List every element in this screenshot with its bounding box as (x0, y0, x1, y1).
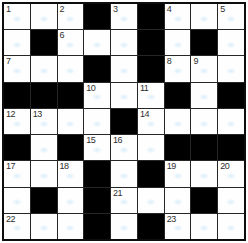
letter-cell[interactable] (218, 56, 244, 81)
clue-number: 16 (113, 135, 122, 145)
letter-cell[interactable] (111, 30, 137, 55)
letter-cell[interactable]: 9 (191, 56, 217, 81)
letter-cell[interactable]: 19 (165, 161, 191, 186)
letter-cell[interactable] (58, 214, 84, 239)
letter-cell[interactable]: 15 (84, 135, 110, 160)
clue-number: 19 (167, 161, 176, 171)
letter-cell[interactable]: 13 (31, 109, 57, 134)
block-cell (191, 30, 217, 55)
letter-cell[interactable]: 18 (58, 161, 84, 186)
letter-cell[interactable] (165, 30, 191, 55)
letter-cell[interactable]: 5 (218, 4, 244, 29)
letter-cell[interactable] (218, 188, 244, 213)
block-cell (58, 135, 84, 160)
letter-cell[interactable]: 10 (84, 83, 110, 108)
letter-cell[interactable] (111, 83, 137, 108)
crossword-page: 1234567891011121314151617181920212223 (0, 0, 248, 243)
clue-number: 15 (86, 135, 95, 145)
clue-number: 3 (113, 4, 118, 14)
letter-cell[interactable] (218, 109, 244, 134)
crossword-board: 1234567891011121314151617181920212223 (2, 2, 246, 241)
block-cell (218, 135, 244, 160)
block-cell (84, 56, 110, 81)
block-cell (31, 188, 57, 213)
letter-cell[interactable]: 6 (58, 30, 84, 55)
letter-cell[interactable] (138, 188, 164, 213)
letter-cell[interactable] (84, 109, 110, 134)
letter-cell[interactable]: 23 (165, 214, 191, 239)
letter-cell[interactable]: 12 (4, 109, 30, 134)
clue-number: 6 (60, 30, 65, 40)
letter-cell[interactable] (218, 214, 244, 239)
clue-number: 11 (140, 83, 148, 93)
block-cell (84, 188, 110, 213)
clue-number: 13 (33, 109, 42, 119)
clue-number: 17 (6, 161, 15, 171)
letter-cell[interactable] (191, 109, 217, 134)
letter-cell[interactable] (4, 188, 30, 213)
letter-cell[interactable]: 21 (111, 188, 137, 213)
clue-number: 22 (6, 214, 15, 224)
letter-cell[interactable]: 20 (218, 161, 244, 186)
clue-number: 9 (193, 56, 198, 66)
block-cell (138, 4, 164, 29)
letter-cell[interactable] (58, 109, 84, 134)
letter-cell[interactable] (111, 161, 137, 186)
letter-cell[interactable]: 3 (111, 4, 137, 29)
clue-number: 8 (167, 56, 172, 66)
block-cell (165, 135, 191, 160)
letter-cell[interactable] (191, 83, 217, 108)
block-cell (84, 4, 110, 29)
letter-cell[interactable] (191, 214, 217, 239)
letter-cell[interactable] (165, 109, 191, 134)
letter-cell[interactable]: 22 (4, 214, 30, 239)
letter-cell[interactable] (218, 30, 244, 55)
block-cell (58, 83, 84, 108)
letter-cell[interactable] (58, 56, 84, 81)
block-cell (4, 135, 30, 160)
block-cell (4, 83, 30, 108)
letter-cell[interactable] (31, 214, 57, 239)
letter-cell[interactable]: 16 (111, 135, 137, 160)
letter-cell[interactable] (165, 188, 191, 213)
block-cell (138, 161, 164, 186)
clue-number: 20 (220, 161, 229, 171)
letter-cell[interactable] (191, 161, 217, 186)
letter-cell[interactable]: 11 (138, 83, 164, 108)
letter-cell[interactable] (84, 30, 110, 55)
clue-number: 2 (60, 4, 65, 14)
clue-number: 5 (220, 4, 225, 14)
letter-cell[interactable] (111, 56, 137, 81)
clue-number: 12 (6, 109, 15, 119)
clue-number: 18 (60, 161, 69, 171)
letter-cell[interactable] (111, 214, 137, 239)
clue-number: 10 (86, 83, 95, 93)
letter-cell[interactable] (31, 161, 57, 186)
letter-cell[interactable] (58, 188, 84, 213)
letter-cell[interactable] (31, 4, 57, 29)
letter-cell[interactable]: 1 (4, 4, 30, 29)
block-cell (191, 135, 217, 160)
block-cell (84, 214, 110, 239)
letter-cell[interactable]: 8 (165, 56, 191, 81)
letter-cell[interactable]: 14 (138, 109, 164, 134)
clue-number: 23 (167, 214, 176, 224)
block-cell (138, 214, 164, 239)
letter-cell[interactable] (31, 56, 57, 81)
letter-cell[interactable]: 4 (165, 4, 191, 29)
block-cell (31, 83, 57, 108)
letter-cell[interactable] (191, 4, 217, 29)
block-cell (84, 161, 110, 186)
clue-number: 14 (140, 109, 149, 119)
clue-number: 4 (167, 4, 172, 14)
clue-number: 1 (6, 4, 11, 14)
clue-number: 21 (113, 188, 122, 198)
block-cell (165, 83, 191, 108)
block-cell (31, 30, 57, 55)
letter-cell[interactable]: 7 (4, 56, 30, 81)
block-cell (138, 56, 164, 81)
block-cell (138, 30, 164, 55)
letter-cell[interactable]: 2 (58, 4, 84, 29)
letter-cell[interactable] (31, 135, 57, 160)
block-cell (218, 83, 244, 108)
letter-cell[interactable] (4, 30, 30, 55)
letter-cell[interactable]: 17 (4, 161, 30, 186)
block-cell (111, 109, 137, 134)
block-cell (191, 188, 217, 213)
clue-number: 7 (6, 56, 11, 66)
letter-cell[interactable] (138, 135, 164, 160)
